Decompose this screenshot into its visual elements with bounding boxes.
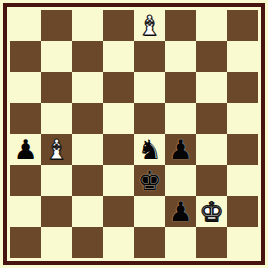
square-e3[interactable]: ♚ [134, 165, 165, 196]
square-h2[interactable] [227, 196, 258, 227]
square-d5[interactable] [103, 103, 134, 134]
black-pawn: ♟ [168, 196, 192, 227]
square-e2[interactable] [134, 196, 165, 227]
square-a6[interactable] [10, 72, 41, 103]
square-f1[interactable] [165, 227, 196, 258]
square-c8[interactable] [72, 10, 103, 41]
square-a3[interactable] [10, 165, 41, 196]
square-b1[interactable] [41, 227, 72, 258]
square-a1[interactable] [10, 227, 41, 258]
square-g5[interactable] [196, 103, 227, 134]
square-b5[interactable] [41, 103, 72, 134]
square-c5[interactable] [72, 103, 103, 134]
square-a4[interactable]: ♟ [10, 134, 41, 165]
square-h8[interactable] [227, 10, 258, 41]
white-bishop: ♝ [137, 10, 161, 41]
square-c7[interactable] [72, 41, 103, 72]
square-e8[interactable]: ♝ [134, 10, 165, 41]
square-h6[interactable] [227, 72, 258, 103]
square-c6[interactable] [72, 72, 103, 103]
square-h4[interactable] [227, 134, 258, 165]
square-f5[interactable] [165, 103, 196, 134]
square-b4[interactable]: ♝ [41, 134, 72, 165]
square-a5[interactable] [10, 103, 41, 134]
square-d6[interactable] [103, 72, 134, 103]
square-g1[interactable] [196, 227, 227, 258]
square-g7[interactable] [196, 41, 227, 72]
square-g8[interactable] [196, 10, 227, 41]
square-d2[interactable] [103, 196, 134, 227]
square-h7[interactable] [227, 41, 258, 72]
square-f8[interactable] [165, 10, 196, 41]
black-pawn: ♟ [13, 134, 37, 165]
square-b8[interactable] [41, 10, 72, 41]
square-b2[interactable] [41, 196, 72, 227]
square-g3[interactable] [196, 165, 227, 196]
square-a7[interactable] [10, 41, 41, 72]
chess-board-frame: ♝♟♝♞♟♚♟♚ [0, 0, 268, 268]
square-e1[interactable] [134, 227, 165, 258]
square-f2[interactable]: ♟ [165, 196, 196, 227]
square-e7[interactable] [134, 41, 165, 72]
square-f6[interactable] [165, 72, 196, 103]
square-g6[interactable] [196, 72, 227, 103]
square-h3[interactable] [227, 165, 258, 196]
square-g4[interactable] [196, 134, 227, 165]
square-g2[interactable]: ♚ [196, 196, 227, 227]
square-d7[interactable] [103, 41, 134, 72]
square-c2[interactable] [72, 196, 103, 227]
square-c4[interactable] [72, 134, 103, 165]
square-c1[interactable] [72, 227, 103, 258]
square-d4[interactable] [103, 134, 134, 165]
square-e6[interactable] [134, 72, 165, 103]
square-e4[interactable]: ♞ [134, 134, 165, 165]
square-f4[interactable]: ♟ [165, 134, 196, 165]
black-knight: ♞ [137, 134, 161, 165]
square-a8[interactable] [10, 10, 41, 41]
square-f3[interactable] [165, 165, 196, 196]
square-h5[interactable] [227, 103, 258, 134]
white-king: ♚ [199, 196, 223, 227]
square-f7[interactable] [165, 41, 196, 72]
square-d3[interactable] [103, 165, 134, 196]
black-pawn: ♟ [168, 134, 192, 165]
square-a2[interactable] [10, 196, 41, 227]
white-bishop: ♝ [44, 134, 68, 165]
square-b3[interactable] [41, 165, 72, 196]
black-king: ♚ [137, 165, 161, 196]
chess-board: ♝♟♝♞♟♚♟♚ [10, 10, 258, 258]
square-h1[interactable] [227, 227, 258, 258]
square-b7[interactable] [41, 41, 72, 72]
square-b6[interactable] [41, 72, 72, 103]
square-d1[interactable] [103, 227, 134, 258]
square-c3[interactable] [72, 165, 103, 196]
square-e5[interactable] [134, 103, 165, 134]
square-d8[interactable] [103, 10, 134, 41]
